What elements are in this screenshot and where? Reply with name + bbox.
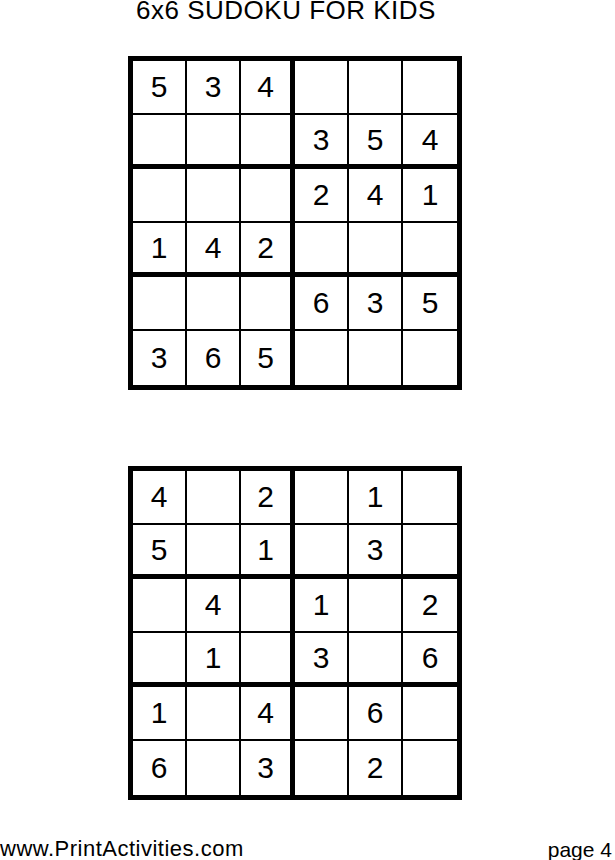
puzzle-1-cell-r6c5[interactable] (349, 331, 403, 385)
puzzle-1-cell-r2c2[interactable] (187, 115, 241, 169)
puzzle-1-cell-r5c4[interactable]: 6 (295, 277, 349, 331)
puzzle-1-cell-r1c2[interactable]: 3 (187, 61, 241, 115)
puzzle-2-cell-r3c1[interactable] (133, 579, 187, 633)
puzzle-2-cell-r6c4[interactable] (295, 741, 349, 795)
puzzle-1-cell-r2c5[interactable]: 5 (349, 115, 403, 169)
puzzle-1-cell-r4c1[interactable]: 1 (133, 223, 187, 277)
sudoku-grid-2: 421513412136146632 (128, 466, 462, 800)
puzzle-1-cell-r2c3[interactable] (241, 115, 295, 169)
puzzle-1-cell-r1c5[interactable] (349, 61, 403, 115)
puzzle-2-cell-r4c1[interactable] (133, 633, 187, 687)
puzzle-1-cell-r4c2[interactable]: 4 (187, 223, 241, 277)
puzzle-2-cell-r2c6[interactable] (403, 525, 457, 579)
puzzle-2-cell-r2c1[interactable]: 5 (133, 525, 187, 579)
puzzle-2-cell-r6c3[interactable]: 3 (241, 741, 295, 795)
puzzle-2-cell-r2c2[interactable] (187, 525, 241, 579)
puzzle-2-cell-r4c6[interactable]: 6 (403, 633, 457, 687)
puzzle-1-cell-r5c5[interactable]: 3 (349, 277, 403, 331)
puzzle-1-cell-r1c4[interactable] (295, 61, 349, 115)
puzzle-2-cell-r1c2[interactable] (187, 471, 241, 525)
puzzle-2-cell-r5c6[interactable] (403, 687, 457, 741)
puzzle-1-cell-r6c4[interactable] (295, 331, 349, 385)
puzzle-2-cell-r2c5[interactable]: 3 (349, 525, 403, 579)
puzzle-2-cell-r1c3[interactable]: 2 (241, 471, 295, 525)
puzzle-2-cell-r6c2[interactable] (187, 741, 241, 795)
puzzle-1-cell-r6c2[interactable]: 6 (187, 331, 241, 385)
puzzle-1-cell-r2c1[interactable] (133, 115, 187, 169)
puzzle-2-cell-r5c4[interactable] (295, 687, 349, 741)
puzzle-2-cell-r5c2[interactable] (187, 687, 241, 741)
puzzle-2-cell-r6c1[interactable]: 6 (133, 741, 187, 795)
puzzle-2-cell-r6c6[interactable] (403, 741, 457, 795)
puzzle-1-cell-r6c1[interactable]: 3 (133, 331, 187, 385)
puzzle-1-cell-r1c3[interactable]: 4 (241, 61, 295, 115)
page-number: page 4 (548, 838, 612, 860)
puzzle-1-cell-r1c1[interactable]: 5 (133, 61, 187, 115)
puzzle-1-cell-r2c4[interactable]: 3 (295, 115, 349, 169)
puzzle-1-cell-r5c3[interactable] (241, 277, 295, 331)
puzzle-1-cell-r3c3[interactable] (241, 169, 295, 223)
puzzle-1-cell-r3c2[interactable] (187, 169, 241, 223)
puzzle-2-cell-r1c6[interactable] (403, 471, 457, 525)
puzzle-2-cell-r2c3[interactable]: 1 (241, 525, 295, 579)
puzzle-2-cell-r6c5[interactable]: 2 (349, 741, 403, 795)
puzzle-1-cell-r1c6[interactable] (403, 61, 457, 115)
puzzle-1-cell-r5c6[interactable]: 5 (403, 277, 457, 331)
puzzle-2-cell-r3c3[interactable] (241, 579, 295, 633)
puzzle-1-cell-r6c6[interactable] (403, 331, 457, 385)
puzzle-2-cell-r2c4[interactable] (295, 525, 349, 579)
puzzle-2-cell-r5c1[interactable]: 1 (133, 687, 187, 741)
puzzle-1-cell-r4c4[interactable] (295, 223, 349, 277)
puzzle-2-cell-r4c5[interactable] (349, 633, 403, 687)
puzzle-1-cell-r6c3[interactable]: 5 (241, 331, 295, 385)
website-url: www.PrintActivities.com (0, 836, 244, 860)
puzzle-1-cell-r3c4[interactable]: 2 (295, 169, 349, 223)
puzzle-1-cell-r3c5[interactable]: 4 (349, 169, 403, 223)
puzzle-2-cell-r5c5[interactable]: 6 (349, 687, 403, 741)
puzzle-1-cell-r4c3[interactable]: 2 (241, 223, 295, 277)
puzzle-2-cell-r3c4[interactable]: 1 (295, 579, 349, 633)
puzzle-1-cell-r4c5[interactable] (349, 223, 403, 277)
puzzle-2-cell-r3c5[interactable] (349, 579, 403, 633)
puzzle-2-cell-r1c5[interactable]: 1 (349, 471, 403, 525)
sudoku-grid-1: 534354241142635365 (128, 56, 462, 390)
puzzle-1-cell-r4c6[interactable] (403, 223, 457, 277)
puzzle-2-cell-r4c4[interactable]: 3 (295, 633, 349, 687)
puzzle-1-cell-r3c6[interactable]: 1 (403, 169, 457, 223)
printable-sudoku-page: 6x6 SUDOKU FOR KIDS 534354241142635365 4… (0, 0, 615, 860)
puzzle-1-cell-r5c1[interactable] (133, 277, 187, 331)
puzzle-2-cell-r1c1[interactable]: 4 (133, 471, 187, 525)
puzzle-1-cell-r5c2[interactable] (187, 277, 241, 331)
puzzle-2-cell-r4c3[interactable] (241, 633, 295, 687)
puzzle-2-cell-r3c2[interactable]: 4 (187, 579, 241, 633)
puzzle-1-cell-r3c1[interactable] (133, 169, 187, 223)
puzzle-2-cell-r4c2[interactable]: 1 (187, 633, 241, 687)
puzzle-2-cell-r5c3[interactable]: 4 (241, 687, 295, 741)
puzzle-2-cell-r3c6[interactable]: 2 (403, 579, 457, 633)
page-title: 6x6 SUDOKU FOR KIDS (0, 0, 572, 26)
puzzle-2-cell-r1c4[interactable] (295, 471, 349, 525)
puzzle-1-cell-r2c6[interactable]: 4 (403, 115, 457, 169)
